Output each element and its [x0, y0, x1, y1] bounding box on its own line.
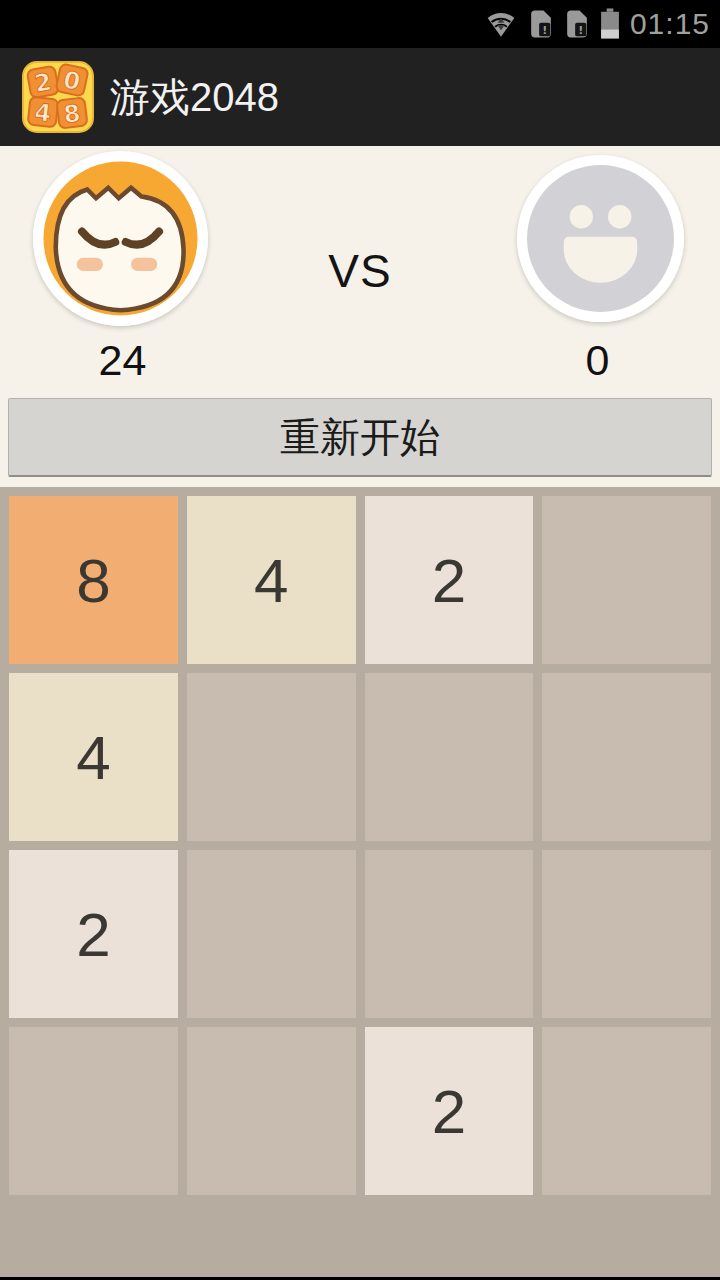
tile-2: 2 [365, 1027, 534, 1195]
opponent-score: 0 [475, 336, 720, 385]
status-bar: ! ! 01:15 [0, 0, 720, 48]
tile-8: 8 [9, 496, 178, 664]
svg-text:8: 8 [62, 99, 82, 129]
empty-cell [542, 1027, 711, 1195]
player-avatar [33, 151, 208, 326]
empty-cell [365, 850, 534, 1018]
sim-alert-icon: ! [564, 8, 590, 40]
tile-4: 4 [9, 673, 178, 841]
title-bar: 2 0 4 8 游戏2048 [0, 48, 720, 146]
restart-button[interactable]: 重新开始 [8, 398, 712, 477]
players-section: VS 24 0 重新开始 [0, 146, 720, 487]
tile-2: 2 [365, 496, 534, 664]
empty-cell [542, 496, 711, 664]
svg-text:!: ! [578, 24, 583, 37]
empty-cell [542, 673, 711, 841]
empty-cell [187, 673, 356, 841]
tile-2: 2 [9, 850, 178, 1018]
tile-4: 4 [187, 496, 356, 664]
status-clock: 01:15 [630, 7, 710, 41]
empty-cell [187, 1027, 356, 1195]
wifi-activity-icon [484, 8, 518, 40]
empty-cell [9, 1027, 178, 1195]
svg-text:4: 4 [33, 98, 53, 128]
opponent-avatar [517, 155, 684, 322]
empty-cell [187, 850, 356, 1018]
svg-text:!: ! [542, 24, 547, 37]
empty-cell [542, 850, 711, 1018]
sim-alert-icon: ! [528, 8, 554, 40]
battery-icon [600, 8, 620, 40]
player-score: 24 [0, 336, 245, 385]
empty-cell [365, 673, 534, 841]
app-2048-icon: 2 0 4 8 [22, 61, 94, 133]
board-grid[interactable]: 842422 [0, 487, 720, 1280]
page-title: 游戏2048 [110, 70, 279, 125]
